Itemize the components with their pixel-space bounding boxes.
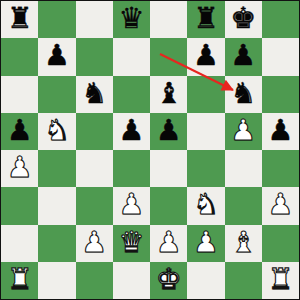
square-g4[interactable] [225,150,262,187]
piece-black-pawn: ♟ [7,116,33,145]
square-d5[interactable]: ♟ [113,113,150,150]
piece-black-pawn: ♟ [118,116,144,145]
square-f8[interactable]: ♜ [187,1,224,38]
square-g6[interactable]: ♞ [225,76,262,113]
square-d8[interactable]: ♛ [113,1,150,38]
square-a3[interactable] [1,187,38,224]
piece-white-pawn: ♟ [193,228,219,257]
piece-white-king: ♚ [156,265,182,294]
piece-white-knight: ♞ [44,116,70,145]
piece-white-bishop: ♝ [230,228,256,257]
piece-white-knight: ♞ [193,190,219,219]
square-e1[interactable]: ♚ [150,262,187,299]
square-b4[interactable] [38,150,75,187]
piece-black-knight: ♞ [81,79,107,108]
piece-black-rook: ♜ [193,4,219,33]
piece-white-queen: ♛ [118,228,144,257]
piece-black-pawn: ♟ [267,116,293,145]
square-f3[interactable]: ♞ [187,187,224,224]
square-b8[interactable] [38,1,75,38]
square-e6[interactable]: ♝ [150,76,187,113]
square-c3[interactable] [76,187,113,224]
square-a1[interactable]: ♜ [1,262,38,299]
square-h4[interactable] [262,150,299,187]
piece-black-pawn: ♟ [156,116,182,145]
piece-black-pawn: ♟ [44,41,70,70]
square-f1[interactable] [187,262,224,299]
square-b5[interactable]: ♞ [38,113,75,150]
square-a5[interactable]: ♟ [1,113,38,150]
square-c4[interactable] [76,150,113,187]
square-g1[interactable] [225,262,262,299]
piece-black-pawn: ♟ [230,41,256,70]
square-e8[interactable] [150,1,187,38]
piece-black-knight: ♞ [230,79,256,108]
square-a8[interactable]: ♜ [1,1,38,38]
square-g7[interactable]: ♟ [225,38,262,75]
square-b7[interactable]: ♟ [38,38,75,75]
piece-white-pawn: ♟ [7,153,33,182]
square-e4[interactable] [150,150,187,187]
square-e2[interactable]: ♟ [150,225,187,262]
square-b6[interactable] [38,76,75,113]
square-f4[interactable] [187,150,224,187]
square-c6[interactable]: ♞ [76,76,113,113]
square-h7[interactable] [262,38,299,75]
piece-white-pawn: ♟ [81,228,107,257]
square-f2[interactable]: ♟ [187,225,224,262]
square-h3[interactable]: ♟ [262,187,299,224]
piece-black-queen: ♛ [118,4,144,33]
square-h2[interactable] [262,225,299,262]
piece-white-pawn: ♟ [230,116,256,145]
piece-white-rook: ♜ [267,265,293,294]
piece-white-pawn: ♟ [118,190,144,219]
square-a2[interactable] [1,225,38,262]
square-c8[interactable] [76,1,113,38]
square-f6[interactable] [187,76,224,113]
square-a4[interactable]: ♟ [1,150,38,187]
square-d6[interactable] [113,76,150,113]
square-g2[interactable]: ♝ [225,225,262,262]
square-g8[interactable]: ♚ [225,1,262,38]
square-h1[interactable]: ♜ [262,262,299,299]
square-f7[interactable]: ♟ [187,38,224,75]
square-b1[interactable] [38,262,75,299]
piece-white-rook: ♜ [7,265,33,294]
square-c1[interactable] [76,262,113,299]
square-e3[interactable] [150,187,187,224]
square-d4[interactable] [113,150,150,187]
square-b2[interactable] [38,225,75,262]
square-b3[interactable] [38,187,75,224]
piece-black-pawn: ♟ [193,41,219,70]
square-a7[interactable] [1,38,38,75]
square-d7[interactable] [113,38,150,75]
piece-black-rook: ♜ [7,4,33,33]
square-h8[interactable] [262,1,299,38]
square-e5[interactable]: ♟ [150,113,187,150]
chess-diagram: ♜♛♜♚♟♟♟♞♝♞♟♞♟♟♟♟♟♟♞♟♟♛♟♟♝♜♚♜ [0,0,300,300]
piece-black-bishop: ♝ [156,79,182,108]
square-a6[interactable] [1,76,38,113]
square-g5[interactable]: ♟ [225,113,262,150]
square-h6[interactable] [262,76,299,113]
piece-black-king: ♚ [230,4,256,33]
square-d3[interactable]: ♟ [113,187,150,224]
square-f5[interactable] [187,113,224,150]
square-d1[interactable] [113,262,150,299]
piece-white-pawn: ♟ [267,190,293,219]
square-e7[interactable] [150,38,187,75]
chess-board: ♜♛♜♚♟♟♟♞♝♞♟♞♟♟♟♟♟♟♞♟♟♛♟♟♝♜♚♜ [0,0,300,300]
square-c5[interactable] [76,113,113,150]
square-h5[interactable]: ♟ [262,113,299,150]
square-c2[interactable]: ♟ [76,225,113,262]
square-g3[interactable] [225,187,262,224]
square-c7[interactable] [76,38,113,75]
square-d2[interactable]: ♛ [113,225,150,262]
piece-white-pawn: ♟ [156,228,182,257]
